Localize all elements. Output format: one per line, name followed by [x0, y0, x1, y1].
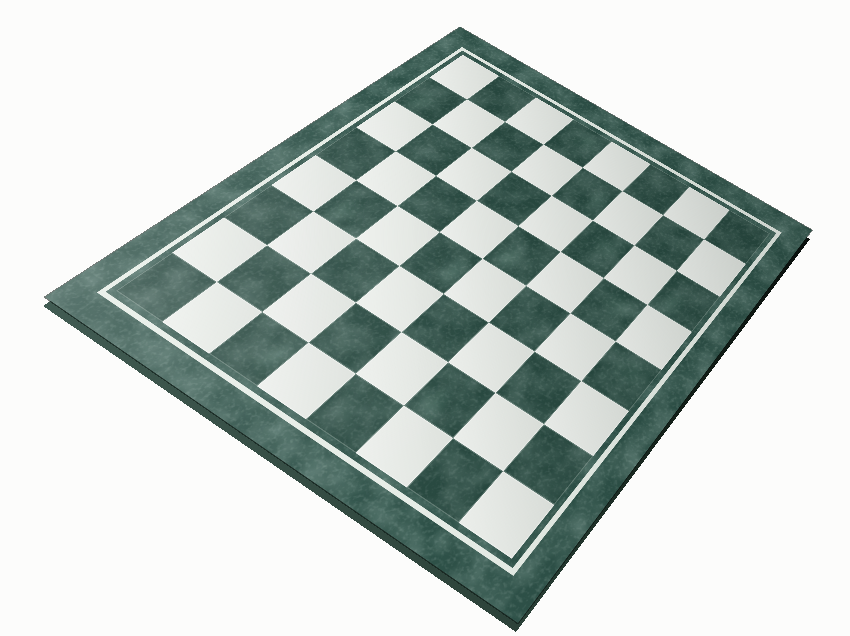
chess-board [45, 27, 812, 623]
photo-background [0, 0, 850, 636]
board-grid [116, 55, 770, 559]
